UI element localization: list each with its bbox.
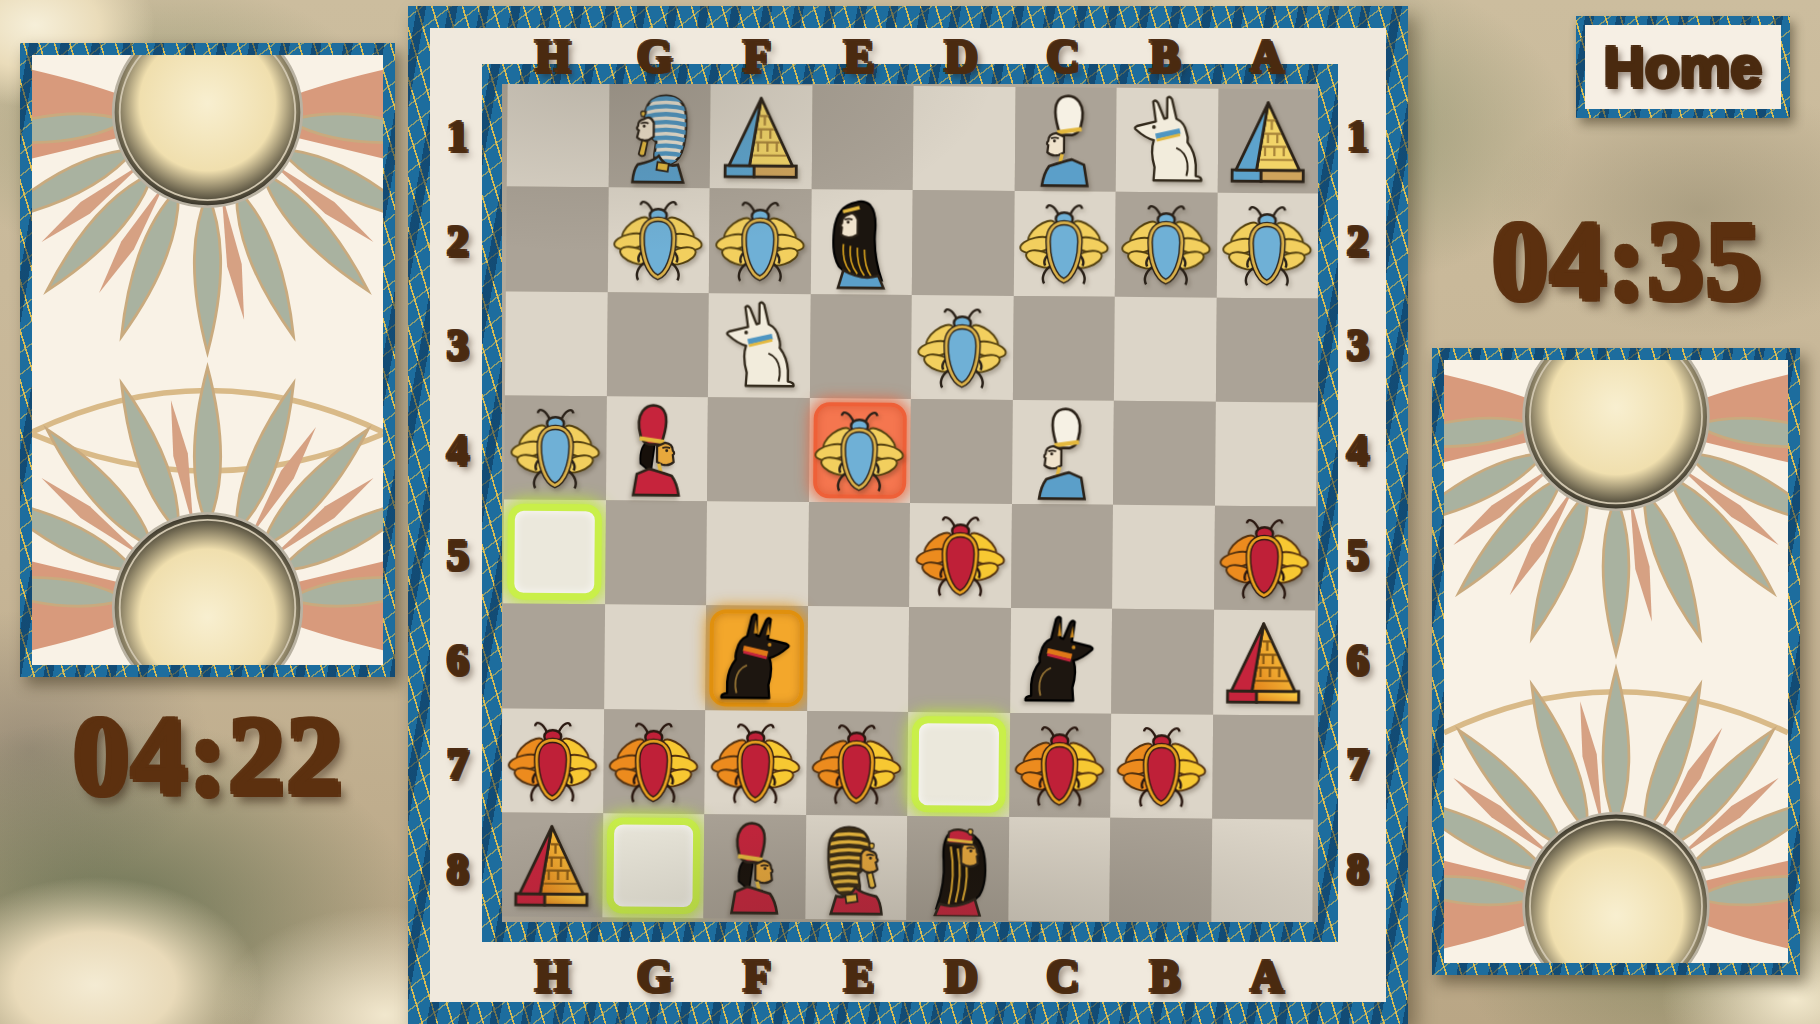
square-G4[interactable]	[606, 396, 708, 501]
left-player-timer: 04:22	[44, 700, 374, 812]
square-B5[interactable]	[1112, 505, 1214, 610]
board-coordinate-label: A	[1216, 34, 1318, 80]
piece-rP-D5[interactable]	[911, 505, 1009, 606]
square-D2[interactable]	[912, 190, 1014, 295]
piece-bB-C4[interactable]	[1014, 402, 1112, 503]
square-E6[interactable]	[807, 606, 909, 711]
square-C4[interactable]	[1011, 400, 1113, 505]
square-B2[interactable]	[1115, 192, 1217, 297]
piece-rP-G7[interactable]	[605, 711, 703, 812]
square-B3[interactable]	[1114, 296, 1216, 401]
highlight-move	[911, 716, 1005, 813]
board-coordinate-label: 3	[436, 294, 480, 399]
square-A1[interactable]	[1217, 89, 1318, 194]
piece-rP-E7[interactable]	[808, 713, 906, 814]
board-coordinate-label: 2	[436, 189, 480, 294]
square-F5[interactable]	[706, 501, 808, 606]
square-B4[interactable]	[1113, 401, 1215, 506]
piece-bP-H4[interactable]	[506, 397, 604, 498]
square-D7[interactable]	[907, 711, 1009, 816]
square-B8[interactable]	[1109, 818, 1211, 922]
left-sun-card-art	[32, 55, 383, 665]
home-button-face[interactable]: Home	[1585, 25, 1781, 109]
square-G2[interactable]	[607, 188, 709, 293]
board-coordinate-label: 1	[1336, 84, 1380, 189]
square-H3[interactable]	[505, 291, 607, 396]
game-screen: 04:22 04:35 Home HGFEDCBA HGFEDCBA 12345…	[0, 0, 1820, 1024]
board-coordinate-label: 5	[1336, 503, 1380, 608]
home-button[interactable]: Home	[1576, 16, 1790, 118]
highlight-move	[606, 817, 700, 914]
square-G3[interactable]	[606, 292, 708, 397]
board-coordinate-label: A	[1216, 954, 1318, 1000]
square-G8[interactable]	[602, 813, 704, 918]
square-D6[interactable]	[908, 607, 1010, 712]
board-coordinate-label: 3	[1336, 294, 1380, 399]
square-F4[interactable]	[707, 397, 809, 502]
board-bed	[502, 84, 1318, 922]
square-F3[interactable]	[708, 293, 810, 398]
square-D1[interactable]	[913, 86, 1015, 191]
board-coordinate-label: G	[604, 34, 706, 80]
board-coordinate-label: B	[1114, 34, 1216, 80]
square-C1[interactable]	[1014, 87, 1116, 192]
piece-bB-C1[interactable]	[1016, 89, 1114, 190]
board-coordinate-label: 8	[1336, 817, 1380, 922]
board-coordinate-label: 6	[436, 608, 480, 713]
highlight-move	[507, 503, 601, 600]
piece-rR-A6[interactable]	[1215, 612, 1313, 713]
board-coordinate-label: 5	[436, 503, 480, 608]
square-H6[interactable]	[502, 604, 604, 709]
home-button-label[interactable]: Home	[1604, 39, 1762, 96]
board-coordinate-label: C	[1012, 954, 1114, 1000]
board-coordinate-label: E	[808, 954, 910, 1000]
square-A6[interactable]	[1213, 610, 1315, 715]
piece-bP-C2[interactable]	[1015, 193, 1113, 294]
square-F1[interactable]	[710, 84, 812, 189]
piece-rP-A5[interactable]	[1216, 508, 1314, 609]
square-C8[interactable]	[1008, 817, 1110, 922]
square-G1[interactable]	[608, 84, 710, 188]
square-E1[interactable]	[811, 85, 913, 190]
right-sun-card-art	[1444, 360, 1788, 963]
right-player-timer: 04:35	[1458, 205, 1798, 317]
square-E5[interactable]	[808, 502, 910, 607]
piece-rP-H7[interactable]	[503, 710, 601, 811]
board-frame-inner: HGFEDCBA HGFEDCBA 12345678 12345678	[430, 28, 1386, 1002]
board-coordinate-label: 6	[1336, 608, 1380, 713]
board-coordinate-label: 7	[1336, 713, 1380, 818]
square-C7[interactable]	[1009, 712, 1111, 817]
piece-bN-B1[interactable]	[1118, 90, 1216, 191]
square-B6[interactable]	[1111, 609, 1213, 714]
rank-labels-left: 12345678	[436, 84, 480, 922]
square-D3[interactable]	[911, 295, 1013, 400]
square-A4[interactable]	[1214, 401, 1316, 506]
piece-rP-C7[interactable]	[1011, 714, 1109, 815]
right-sun-card	[1432, 348, 1800, 975]
sun-lotus-illustration	[32, 55, 383, 665]
board-coordinate-label: 8	[436, 817, 480, 922]
square-B1[interactable]	[1116, 88, 1218, 193]
square-C6[interactable]	[1010, 608, 1112, 713]
piece-bP-E4[interactable]	[811, 400, 909, 501]
square-E2[interactable]	[810, 189, 912, 294]
piece-bN-F3[interactable]	[710, 295, 808, 396]
piece-rR-H8[interactable]	[502, 814, 600, 915]
square-A3[interactable]	[1215, 297, 1317, 402]
board-coordinate-label: F	[706, 34, 808, 80]
square-F6[interactable]	[705, 605, 807, 710]
piece-bP-F2[interactable]	[711, 191, 809, 292]
square-G6[interactable]	[604, 605, 706, 710]
board-coordinate-label: H	[502, 34, 604, 80]
file-labels-bottom: HGFEDCBA	[502, 954, 1318, 1000]
piece-bK-G1[interactable]	[610, 85, 708, 186]
board-coordinate-label: 4	[436, 398, 480, 503]
board-coordinate-label: E	[808, 34, 910, 80]
square-H2[interactable]	[506, 187, 608, 292]
square-E4[interactable]	[809, 398, 911, 503]
square-A8[interactable]	[1211, 818, 1313, 922]
square-D8[interactable]	[906, 816, 1008, 921]
square-B7[interactable]	[1110, 713, 1212, 818]
square-E7[interactable]	[806, 711, 908, 816]
square-A5[interactable]	[1214, 506, 1316, 611]
piece-rP-F7[interactable]	[706, 712, 804, 813]
board-squares-grid	[502, 84, 1318, 922]
piece-bR-A1[interactable]	[1219, 91, 1317, 192]
board-coordinate-label: G	[604, 954, 706, 1000]
sun-lotus-illustration	[1444, 360, 1788, 963]
piece-rN-F6[interactable]	[707, 608, 805, 709]
square-H8[interactable]	[502, 812, 603, 917]
square-A2[interactable]	[1216, 193, 1318, 298]
piece-bP-B2[interactable]	[1117, 194, 1215, 295]
piece-bP-A2[interactable]	[1218, 195, 1316, 296]
square-E3[interactable]	[809, 294, 911, 399]
board-coordinate-label: 2	[1336, 189, 1380, 294]
board-inner-border	[482, 64, 1338, 942]
board-coordinate-label: H	[502, 954, 604, 1000]
board-coordinate-label: 4	[1336, 398, 1380, 503]
board-coordinate-label: D	[910, 954, 1012, 1000]
board-coordinate-label: F	[706, 954, 808, 1000]
piece-bR-F1[interactable]	[712, 86, 810, 187]
square-A7[interactable]	[1212, 714, 1314, 819]
board-coordinate-label: C	[1012, 34, 1114, 80]
square-F2[interactable]	[709, 188, 811, 293]
square-G5[interactable]	[605, 500, 707, 605]
piece-rQ-D8[interactable]	[908, 818, 1006, 919]
board-coordinate-label: 7	[436, 713, 480, 818]
rank-labels-right: 12345678	[1336, 84, 1380, 922]
square-C2[interactable]	[1013, 191, 1115, 296]
board-coordinate-label: B	[1114, 954, 1216, 1000]
board-coordinate-label: D	[910, 34, 1012, 80]
file-labels-top: HGFEDCBA	[502, 34, 1318, 80]
square-D4[interactable]	[910, 399, 1012, 504]
left-sun-card	[20, 43, 395, 677]
piece-rB-G4[interactable]	[608, 398, 706, 499]
square-H7[interactable]	[502, 708, 604, 813]
square-G7[interactable]	[603, 709, 705, 814]
piece-bP-G2[interactable]	[609, 190, 707, 291]
board-coordinate-label: 1	[436, 84, 480, 189]
square-C5[interactable]	[1011, 504, 1113, 609]
piece-bP-D3[interactable]	[913, 297, 1011, 398]
chess-board: HGFEDCBA HGFEDCBA 12345678 12345678	[408, 6, 1408, 1024]
square-C3[interactable]	[1012, 295, 1114, 400]
square-F7[interactable]	[704, 710, 806, 815]
square-H5[interactable]	[503, 499, 605, 604]
square-F8[interactable]	[703, 814, 805, 919]
square-E8[interactable]	[805, 815, 907, 920]
piece-rK-E8[interactable]	[807, 817, 905, 918]
piece-rB-F8[interactable]	[705, 816, 803, 917]
piece-rN-C6[interactable]	[1012, 610, 1110, 711]
square-H4[interactable]	[504, 395, 606, 500]
piece-rP-B7[interactable]	[1112, 715, 1210, 816]
piece-bQ-E2[interactable]	[812, 191, 910, 292]
square-D5[interactable]	[909, 503, 1011, 608]
square-H1[interactable]	[507, 84, 609, 188]
